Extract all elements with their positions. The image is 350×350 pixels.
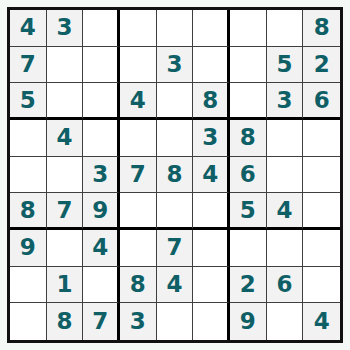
cell-r7c9[interactable] bbox=[303, 230, 340, 267]
cell-r5c3[interactable]: 3 bbox=[83, 157, 120, 194]
cell-r4c3[interactable] bbox=[83, 120, 120, 157]
cell-r4c6[interactable]: 3 bbox=[193, 120, 230, 157]
cell-r3c3[interactable] bbox=[83, 83, 120, 120]
cell-r4c8[interactable] bbox=[267, 120, 304, 157]
cell-r8c3[interactable] bbox=[83, 267, 120, 304]
cell-r9c9[interactable]: 4 bbox=[303, 303, 340, 340]
cell-r3c7[interactable] bbox=[230, 83, 267, 120]
cell-r8c8[interactable]: 6 bbox=[267, 267, 304, 304]
cell-r9c5[interactable] bbox=[157, 303, 194, 340]
cell-r1c3[interactable] bbox=[83, 10, 120, 47]
cell-r7c2[interactable] bbox=[47, 230, 84, 267]
cell-r9c6[interactable] bbox=[193, 303, 230, 340]
cell-r5c9[interactable] bbox=[303, 157, 340, 194]
cell-r2c6[interactable] bbox=[193, 47, 230, 84]
cell-r6c5[interactable] bbox=[157, 193, 194, 230]
cell-r5c8[interactable] bbox=[267, 157, 304, 194]
cell-r1c9[interactable]: 8 bbox=[303, 10, 340, 47]
cell-r1c2[interactable]: 3 bbox=[47, 10, 84, 47]
cell-r6c3[interactable]: 9 bbox=[83, 193, 120, 230]
cell-r4c7[interactable]: 8 bbox=[230, 120, 267, 157]
cell-r1c5[interactable] bbox=[157, 10, 194, 47]
cell-r5c1[interactable] bbox=[10, 157, 47, 194]
cell-r9c7[interactable]: 9 bbox=[230, 303, 267, 340]
cell-r7c6[interactable] bbox=[193, 230, 230, 267]
cell-r5c5[interactable]: 8 bbox=[157, 157, 194, 194]
cell-r5c4[interactable]: 7 bbox=[120, 157, 157, 194]
cell-r2c9[interactable]: 2 bbox=[303, 47, 340, 84]
cell-r1c6[interactable] bbox=[193, 10, 230, 47]
cell-r3c9[interactable]: 6 bbox=[303, 83, 340, 120]
cell-r7c7[interactable] bbox=[230, 230, 267, 267]
cell-r1c7[interactable] bbox=[230, 10, 267, 47]
cell-r5c6[interactable]: 4 bbox=[193, 157, 230, 194]
cell-r1c8[interactable] bbox=[267, 10, 304, 47]
cell-r3c5[interactable] bbox=[157, 83, 194, 120]
cell-r6c2[interactable]: 7 bbox=[47, 193, 84, 230]
cell-r1c1[interactable]: 4 bbox=[10, 10, 47, 47]
cell-r3c6[interactable]: 8 bbox=[193, 83, 230, 120]
cell-r2c7[interactable] bbox=[230, 47, 267, 84]
cell-r3c2[interactable] bbox=[47, 83, 84, 120]
cell-r4c2[interactable]: 4 bbox=[47, 120, 84, 157]
cell-r7c5[interactable]: 7 bbox=[157, 230, 194, 267]
cell-r2c5[interactable]: 3 bbox=[157, 47, 194, 84]
cell-r4c4[interactable] bbox=[120, 120, 157, 157]
cell-r6c7[interactable]: 5 bbox=[230, 193, 267, 230]
cell-r6c4[interactable] bbox=[120, 193, 157, 230]
cell-r9c1[interactable] bbox=[10, 303, 47, 340]
cell-r8c7[interactable]: 2 bbox=[230, 267, 267, 304]
sudoku-board: 43873525483643837846879549471842687394 bbox=[7, 7, 343, 343]
cell-r8c5[interactable]: 4 bbox=[157, 267, 194, 304]
cell-r1c4[interactable] bbox=[120, 10, 157, 47]
cell-r6c8[interactable]: 4 bbox=[267, 193, 304, 230]
cell-r4c1[interactable] bbox=[10, 120, 47, 157]
cell-r6c1[interactable]: 8 bbox=[10, 193, 47, 230]
cell-r2c3[interactable] bbox=[83, 47, 120, 84]
cell-r7c4[interactable] bbox=[120, 230, 157, 267]
cell-r5c7[interactable]: 6 bbox=[230, 157, 267, 194]
cell-r3c4[interactable]: 4 bbox=[120, 83, 157, 120]
cell-r4c9[interactable] bbox=[303, 120, 340, 157]
cell-r9c4[interactable]: 3 bbox=[120, 303, 157, 340]
cell-r8c9[interactable] bbox=[303, 267, 340, 304]
cell-r6c6[interactable] bbox=[193, 193, 230, 230]
cell-r2c8[interactable]: 5 bbox=[267, 47, 304, 84]
cell-r4c5[interactable] bbox=[157, 120, 194, 157]
cell-r2c1[interactable]: 7 bbox=[10, 47, 47, 84]
cell-r8c4[interactable]: 8 bbox=[120, 267, 157, 304]
cell-r7c8[interactable] bbox=[267, 230, 304, 267]
cell-r2c2[interactable] bbox=[47, 47, 84, 84]
cell-r3c1[interactable]: 5 bbox=[10, 83, 47, 120]
cell-r8c2[interactable]: 1 bbox=[47, 267, 84, 304]
cell-r9c8[interactable] bbox=[267, 303, 304, 340]
cell-r9c3[interactable]: 7 bbox=[83, 303, 120, 340]
cell-r7c1[interactable]: 9 bbox=[10, 230, 47, 267]
cell-r5c2[interactable] bbox=[47, 157, 84, 194]
cell-r9c2[interactable]: 8 bbox=[47, 303, 84, 340]
cell-r8c1[interactable] bbox=[10, 267, 47, 304]
cell-r7c3[interactable]: 4 bbox=[83, 230, 120, 267]
cell-r6c9[interactable] bbox=[303, 193, 340, 230]
cell-r2c4[interactable] bbox=[120, 47, 157, 84]
cell-r3c8[interactable]: 3 bbox=[267, 83, 304, 120]
cell-r8c6[interactable] bbox=[193, 267, 230, 304]
